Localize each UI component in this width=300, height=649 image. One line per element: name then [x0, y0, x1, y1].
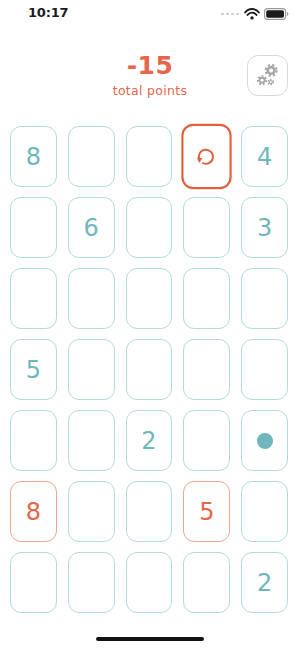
card-number[interactable]: 8	[10, 126, 57, 187]
card-dot[interactable]	[241, 410, 288, 471]
card-number[interactable]: 5	[10, 339, 57, 400]
card-facedown[interactable]	[126, 197, 173, 258]
card-facedown[interactable]	[10, 268, 57, 329]
card-facedown[interactable]	[126, 268, 173, 329]
card-facedown[interactable]	[68, 481, 115, 542]
card-facedown[interactable]	[241, 481, 288, 542]
card-number[interactable]: 4	[241, 126, 288, 187]
card-facedown[interactable]	[10, 410, 57, 471]
card-facedown[interactable]	[68, 410, 115, 471]
card-number[interactable]: 2	[126, 410, 173, 471]
card-facedown[interactable]	[241, 339, 288, 400]
card-refresh[interactable]	[182, 124, 232, 189]
battery-icon	[264, 8, 289, 20]
status-icons	[221, 8, 289, 20]
card-number[interactable]: 5	[183, 481, 230, 542]
status-time: 10:17	[28, 5, 68, 20]
card-number[interactable]: 2	[241, 552, 288, 613]
card-facedown[interactable]	[68, 268, 115, 329]
home-indicator[interactable]	[96, 637, 204, 642]
card-facedown[interactable]	[10, 197, 57, 258]
card-number[interactable]: 6	[68, 197, 115, 258]
card-facedown[interactable]	[183, 552, 230, 613]
dot-icon	[257, 433, 273, 449]
card-facedown[interactable]	[68, 126, 115, 187]
card-facedown[interactable]	[68, 339, 115, 400]
card-facedown[interactable]	[126, 481, 173, 542]
card-facedown[interactable]	[126, 552, 173, 613]
card-grid: 8 46352852	[10, 126, 288, 613]
card-facedown[interactable]	[126, 126, 173, 187]
card-number[interactable]: 3	[241, 197, 288, 258]
refresh-icon	[195, 145, 219, 169]
card-facedown[interactable]	[183, 197, 230, 258]
card-facedown[interactable]	[183, 268, 230, 329]
wifi-icon	[244, 8, 260, 20]
card-facedown[interactable]	[10, 552, 57, 613]
card-facedown[interactable]	[68, 552, 115, 613]
cellular-signal-dots-icon	[221, 13, 239, 16]
card-number[interactable]: 8	[10, 481, 57, 542]
card-facedown[interactable]	[183, 410, 230, 471]
status-bar: 10:17	[0, 0, 300, 24]
gears-icon	[253, 61, 282, 90]
card-facedown[interactable]	[241, 268, 288, 329]
card-facedown[interactable]	[183, 339, 230, 400]
settings-button[interactable]	[247, 55, 288, 96]
card-facedown[interactable]	[126, 339, 173, 400]
